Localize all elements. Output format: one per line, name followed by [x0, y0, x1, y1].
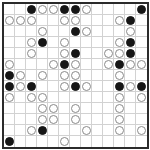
- masyu-board: [2, 2, 149, 149]
- cell-r12c11[interactable]: [125, 136, 136, 147]
- black-circle: [60, 5, 69, 14]
- cell-r2c2[interactable]: [26, 26, 37, 37]
- white-circle: [82, 5, 91, 14]
- cell-r3c4[interactable]: [48, 37, 59, 48]
- white-circle: [60, 71, 69, 80]
- cell-r1c10[interactable]: [114, 15, 125, 26]
- cell-r6c10[interactable]: [114, 70, 125, 81]
- cell-r7c1[interactable]: [15, 81, 26, 92]
- cell-r8c1[interactable]: [15, 92, 26, 103]
- cell-r12c3[interactable]: [37, 136, 48, 147]
- cell-r8c11[interactable]: [125, 92, 136, 103]
- cell-r8c10[interactable]: [114, 92, 125, 103]
- cell-r2c8[interactable]: [92, 26, 103, 37]
- cell-r0c11[interactable]: [125, 4, 136, 15]
- cell-r4c3[interactable]: [37, 48, 48, 59]
- cell-r4c8[interactable]: [92, 48, 103, 59]
- cell-r9c0[interactable]: [4, 103, 15, 114]
- white-circle: [115, 93, 124, 102]
- cell-r2c12[interactable]: [136, 26, 147, 37]
- cell-r0c0[interactable]: [4, 4, 15, 15]
- white-circle: [49, 5, 58, 14]
- cell-r5c11[interactable]: [125, 59, 136, 70]
- cell-r6c4[interactable]: [48, 70, 59, 81]
- cell-r10c5[interactable]: [59, 114, 70, 125]
- cell-r9c7[interactable]: [81, 103, 92, 114]
- white-circle: [137, 126, 146, 135]
- cell-r4c5[interactable]: [59, 48, 70, 59]
- cell-r6c9[interactable]: [103, 70, 114, 81]
- white-circle: [49, 60, 58, 69]
- white-circle: [38, 5, 47, 14]
- cell-r3c6[interactable]: [70, 37, 81, 48]
- cell-r10c10[interactable]: [114, 114, 125, 125]
- cell-r9c4[interactable]: [48, 103, 59, 114]
- cell-r4c10[interactable]: [114, 48, 125, 59]
- cell-r6c0[interactable]: [4, 70, 15, 81]
- black-circle: [60, 60, 69, 69]
- cell-r0c10[interactable]: [114, 4, 125, 15]
- cell-r2c9[interactable]: [103, 26, 114, 37]
- cell-r10c9[interactable]: [103, 114, 114, 125]
- cell-r10c3[interactable]: [37, 114, 48, 125]
- cell-r7c6[interactable]: [70, 81, 81, 92]
- cell-r12c8[interactable]: [92, 136, 103, 147]
- white-circle: [137, 60, 146, 69]
- white-circle: [115, 115, 124, 124]
- white-circle: [82, 126, 91, 135]
- cell-r11c8[interactable]: [92, 125, 103, 136]
- cell-r3c5[interactable]: [59, 37, 70, 48]
- white-circle: [60, 137, 69, 146]
- cell-r6c3[interactable]: [37, 70, 48, 81]
- cell-r6c12[interactable]: [136, 70, 147, 81]
- white-circle: [104, 49, 113, 58]
- white-circle: [5, 93, 14, 102]
- white-circle: [60, 49, 69, 58]
- cell-r12c4[interactable]: [48, 136, 59, 147]
- cell-r2c7[interactable]: [81, 26, 92, 37]
- white-circle: [27, 126, 36, 135]
- cell-r5c4[interactable]: [48, 59, 59, 70]
- black-circle: [71, 5, 80, 14]
- cell-r0c8[interactable]: [92, 4, 103, 15]
- white-circle: [60, 16, 69, 25]
- cell-r6c5[interactable]: [59, 70, 70, 81]
- white-circle: [71, 71, 80, 80]
- white-circle: [104, 60, 113, 69]
- cell-r5c9[interactable]: [103, 59, 114, 70]
- cell-r4c7[interactable]: [81, 48, 92, 59]
- cell-r1c1[interactable]: [15, 15, 26, 26]
- cell-r6c1[interactable]: [15, 70, 26, 81]
- cell-r8c3[interactable]: [37, 92, 48, 103]
- cell-r2c4[interactable]: [48, 26, 59, 37]
- cell-r1c6[interactable]: [70, 15, 81, 26]
- white-circle: [38, 115, 47, 124]
- cell-r3c9[interactable]: [103, 37, 114, 48]
- cell-r12c10[interactable]: [114, 136, 125, 147]
- black-circle: [27, 82, 36, 91]
- cell-r2c3[interactable]: [37, 26, 48, 37]
- cell-r12c9[interactable]: [103, 136, 114, 147]
- cell-r10c2[interactable]: [26, 114, 37, 125]
- cell-r6c7[interactable]: [81, 70, 92, 81]
- white-circle: [38, 27, 47, 36]
- black-circle: [27, 5, 36, 14]
- white-circle: [71, 60, 80, 69]
- white-circle: [49, 115, 58, 124]
- white-circle: [27, 38, 36, 47]
- white-circle: [71, 16, 80, 25]
- cell-r9c11[interactable]: [125, 103, 136, 114]
- white-circle: [137, 93, 146, 102]
- cell-r5c8[interactable]: [92, 59, 103, 70]
- cell-r1c7[interactable]: [81, 15, 92, 26]
- cell-r1c8[interactable]: [92, 15, 103, 26]
- cell-r10c11[interactable]: [125, 114, 136, 125]
- cell-r4c2[interactable]: [26, 48, 37, 59]
- white-circle: [38, 104, 47, 113]
- white-circle: [5, 16, 14, 25]
- cell-r5c6[interactable]: [70, 59, 81, 70]
- cell-r9c5[interactable]: [59, 103, 70, 114]
- black-circle: [126, 38, 135, 47]
- black-circle: [126, 49, 135, 58]
- cell-r5c0[interactable]: [4, 59, 15, 70]
- cell-r11c1[interactable]: [15, 125, 26, 136]
- black-circle: [126, 16, 135, 25]
- cell-r4c11[interactable]: [125, 48, 136, 59]
- white-circle: [16, 16, 25, 25]
- cell-r11c5[interactable]: [59, 125, 70, 136]
- white-circle: [115, 16, 124, 25]
- cell-r5c3[interactable]: [37, 59, 48, 70]
- cell-r1c4[interactable]: [48, 15, 59, 26]
- cell-r0c4[interactable]: [48, 4, 59, 15]
- cell-r7c12[interactable]: [136, 81, 147, 92]
- white-circle: [126, 60, 135, 69]
- cell-r9c6[interactable]: [70, 103, 81, 114]
- cell-r10c8[interactable]: [92, 114, 103, 125]
- black-circle: [38, 38, 47, 47]
- cell-r1c9[interactable]: [103, 15, 114, 26]
- cell-r4c0[interactable]: [4, 48, 15, 59]
- cell-r10c0[interactable]: [4, 114, 15, 125]
- cell-r9c10[interactable]: [114, 103, 125, 114]
- white-circle: [27, 16, 36, 25]
- black-circle: [71, 27, 80, 36]
- cell-r0c2[interactable]: [26, 4, 37, 15]
- cell-r12c5[interactable]: [59, 136, 70, 147]
- cell-r10c12[interactable]: [136, 114, 147, 125]
- cell-r6c2[interactable]: [26, 70, 37, 81]
- cell-r6c8[interactable]: [92, 70, 103, 81]
- cell-r5c1[interactable]: [15, 59, 26, 70]
- cell-r11c4[interactable]: [48, 125, 59, 136]
- cell-r2c5[interactable]: [59, 26, 70, 37]
- cell-r11c0[interactable]: [4, 125, 15, 136]
- cell-r9c1[interactable]: [15, 103, 26, 114]
- cell-r12c0[interactable]: [4, 136, 15, 147]
- cell-r0c1[interactable]: [15, 4, 26, 15]
- cell-r4c12[interactable]: [136, 48, 147, 59]
- cell-r4c4[interactable]: [48, 48, 59, 59]
- cell-r5c2[interactable]: [26, 59, 37, 70]
- cell-r1c12[interactable]: [136, 15, 147, 26]
- white-circle: [49, 104, 58, 113]
- cell-r8c2[interactable]: [26, 92, 37, 103]
- cell-r8c7[interactable]: [81, 92, 92, 103]
- cell-r7c11[interactable]: [125, 81, 136, 92]
- cell-r12c2[interactable]: [26, 136, 37, 147]
- cell-r1c0[interactable]: [4, 15, 15, 26]
- cell-r8c8[interactable]: [92, 92, 103, 103]
- cell-r9c2[interactable]: [26, 103, 37, 114]
- cell-r0c3[interactable]: [37, 4, 48, 15]
- white-circle: [126, 27, 135, 36]
- white-circle: [126, 82, 135, 91]
- cell-r8c12[interactable]: [136, 92, 147, 103]
- cell-r4c9[interactable]: [103, 48, 114, 59]
- cell-r4c6[interactable]: [70, 48, 81, 59]
- cell-r3c3[interactable]: [37, 37, 48, 48]
- black-circle: [115, 60, 124, 69]
- cell-r11c10[interactable]: [114, 125, 125, 136]
- cell-r0c12[interactable]: [136, 4, 147, 15]
- white-circle: [38, 71, 47, 80]
- cell-r8c0[interactable]: [4, 92, 15, 103]
- white-circle: [71, 115, 80, 124]
- white-circle: [71, 104, 80, 113]
- cell-r8c9[interactable]: [103, 92, 114, 103]
- cell-r2c11[interactable]: [125, 26, 136, 37]
- cell-r7c7[interactable]: [81, 81, 92, 92]
- black-circle: [38, 126, 47, 135]
- cell-r3c8[interactable]: [92, 37, 103, 48]
- cell-r12c12[interactable]: [136, 136, 147, 147]
- cell-r2c10[interactable]: [114, 26, 125, 37]
- white-circle: [27, 49, 36, 58]
- cell-r8c5[interactable]: [59, 92, 70, 103]
- cell-r1c5[interactable]: [59, 15, 70, 26]
- cell-r10c1[interactable]: [15, 114, 26, 125]
- white-circle: [27, 93, 36, 102]
- cell-r4c1[interactable]: [15, 48, 26, 59]
- cell-r11c12[interactable]: [136, 125, 147, 136]
- white-circle: [5, 60, 14, 69]
- cell-r0c9[interactable]: [103, 4, 114, 15]
- cell-r0c6[interactable]: [70, 4, 81, 15]
- black-circle: [115, 82, 124, 91]
- white-circle: [16, 71, 25, 80]
- white-circle: [82, 82, 91, 91]
- cell-r2c6[interactable]: [70, 26, 81, 37]
- cell-r9c8[interactable]: [92, 103, 103, 114]
- cell-r3c12[interactable]: [136, 37, 147, 48]
- cell-r7c5[interactable]: [59, 81, 70, 92]
- cell-r12c6[interactable]: [70, 136, 81, 147]
- cell-r0c5[interactable]: [59, 4, 70, 15]
- cell-r8c4[interactable]: [48, 92, 59, 103]
- black-circle: [71, 49, 80, 58]
- white-circle: [115, 126, 124, 135]
- cell-r9c3[interactable]: [37, 103, 48, 114]
- cell-r3c7[interactable]: [81, 37, 92, 48]
- cell-r3c11[interactable]: [125, 37, 136, 48]
- white-circle: [115, 38, 124, 47]
- cell-r11c2[interactable]: [26, 125, 37, 136]
- cell-r11c9[interactable]: [103, 125, 114, 136]
- cell-r1c3[interactable]: [37, 15, 48, 26]
- cell-r2c1[interactable]: [15, 26, 26, 37]
- cell-r7c8[interactable]: [92, 81, 103, 92]
- cell-r11c7[interactable]: [81, 125, 92, 136]
- cell-r7c4[interactable]: [48, 81, 59, 92]
- cell-r3c10[interactable]: [114, 37, 125, 48]
- cell-r11c3[interactable]: [37, 125, 48, 136]
- cell-r8c6[interactable]: [70, 92, 81, 103]
- cell-r12c7[interactable]: [81, 136, 92, 147]
- white-circle: [60, 82, 69, 91]
- cell-r5c12[interactable]: [136, 59, 147, 70]
- cell-r10c4[interactable]: [48, 114, 59, 125]
- cell-r3c1[interactable]: [15, 37, 26, 48]
- cell-r1c11[interactable]: [125, 15, 136, 26]
- cell-r9c12[interactable]: [136, 103, 147, 114]
- cell-r0c7[interactable]: [81, 4, 92, 15]
- cell-r3c0[interactable]: [4, 37, 15, 48]
- white-circle: [82, 27, 91, 36]
- white-circle: [115, 49, 124, 58]
- black-circle: [137, 5, 146, 14]
- white-circle: [115, 104, 124, 113]
- white-circle: [60, 38, 69, 47]
- cell-r6c11[interactable]: [125, 70, 136, 81]
- cell-r9c9[interactable]: [103, 103, 114, 114]
- cell-r2c0[interactable]: [4, 26, 15, 37]
- white-circle: [16, 82, 25, 91]
- cell-r7c2[interactable]: [26, 81, 37, 92]
- white-circle: [115, 71, 124, 80]
- cell-r7c3[interactable]: [37, 81, 48, 92]
- cell-r11c6[interactable]: [70, 125, 81, 136]
- black-circle: [5, 82, 14, 91]
- cell-r7c10[interactable]: [114, 81, 125, 92]
- cell-r5c10[interactable]: [114, 59, 125, 70]
- cell-r12c1[interactable]: [15, 136, 26, 147]
- black-circle: [71, 82, 80, 91]
- cell-r6c6[interactable]: [70, 70, 81, 81]
- black-circle: [5, 137, 14, 146]
- cell-r10c6[interactable]: [70, 114, 81, 125]
- black-circle: [137, 82, 146, 91]
- cell-r5c7[interactable]: [81, 59, 92, 70]
- cell-r1c2[interactable]: [26, 15, 37, 26]
- cell-r11c11[interactable]: [125, 125, 136, 136]
- cell-r3c2[interactable]: [26, 37, 37, 48]
- cell-r10c7[interactable]: [81, 114, 92, 125]
- cell-r5c5[interactable]: [59, 59, 70, 70]
- black-circle: [5, 71, 14, 80]
- cell-r7c9[interactable]: [103, 81, 114, 92]
- cell-r7c0[interactable]: [4, 81, 15, 92]
- white-circle: [38, 93, 47, 102]
